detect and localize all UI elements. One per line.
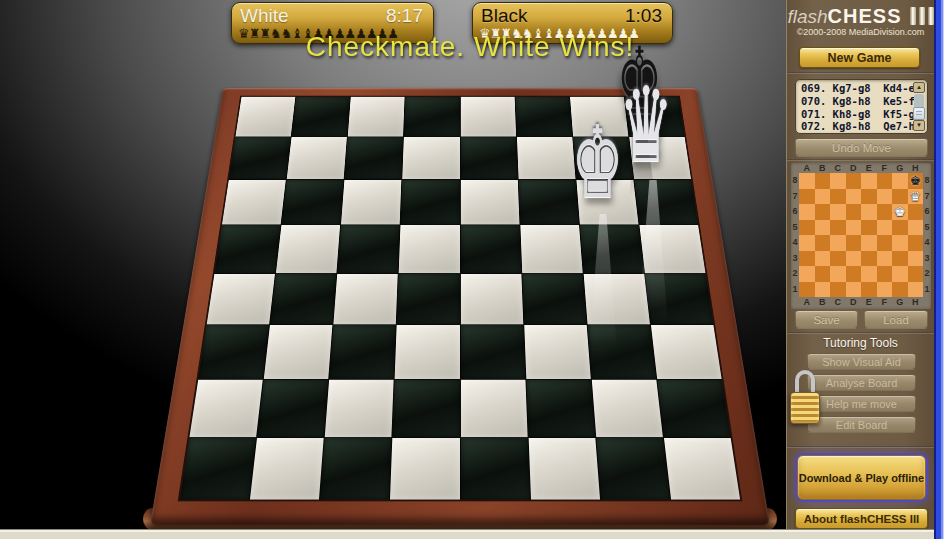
mini-square (892, 251, 908, 267)
board-square[interactable] (460, 438, 529, 500)
mini-square (861, 189, 877, 205)
rank-label: 6 (923, 204, 931, 220)
board-square[interactable] (250, 438, 324, 500)
mini-square (815, 282, 831, 298)
logo-chess-text: CHESS (828, 5, 902, 27)
board-square[interactable] (276, 225, 340, 273)
mini-square (846, 251, 862, 267)
mini-square (892, 173, 908, 189)
scroll-track[interactable] (914, 94, 924, 119)
move-row: 069. Kg7-g8 Kd4-e5 (801, 82, 910, 95)
board-square[interactable] (657, 380, 730, 438)
board-square[interactable] (403, 137, 460, 179)
tutoring-tools-buttons: Show Visual AidAnalyse BoardHelp me move… (807, 353, 916, 437)
mini-square (908, 235, 924, 251)
logo-roman-numeral-III-icon (907, 7, 934, 29)
board-square[interactable] (207, 274, 275, 325)
board-square[interactable] (329, 325, 396, 379)
mini-square (892, 266, 908, 282)
mini-square (877, 204, 893, 220)
mini-square (830, 220, 846, 236)
board-square[interactable] (292, 97, 351, 137)
board-square[interactable] (460, 225, 521, 273)
board-square[interactable] (270, 274, 336, 325)
board-square[interactable] (460, 325, 525, 379)
board-square[interactable] (517, 137, 576, 179)
mini-square (877, 173, 893, 189)
file-label: G (892, 163, 908, 173)
mini-square (846, 235, 862, 251)
mini-square (846, 189, 862, 205)
file-label: H (908, 163, 924, 173)
rank-label: 7 (791, 189, 799, 205)
mini-square (846, 204, 862, 220)
rank-label: 7 (923, 189, 931, 205)
board-square[interactable] (393, 380, 460, 438)
mini-square (799, 220, 815, 236)
mini-square (815, 173, 831, 189)
mini-square: ♛ (908, 189, 924, 205)
mini-square (846, 282, 862, 298)
board-square[interactable] (325, 380, 394, 438)
board-square[interactable] (460, 180, 519, 225)
board-square[interactable] (264, 325, 333, 379)
mini-square (830, 235, 846, 251)
move-list-scrollbar[interactable]: ▲ ▼ (913, 82, 925, 131)
mini-board-file-labels-bottom: ABCDEFGH (799, 297, 931, 307)
window-edge (934, 0, 944, 539)
rank-label: 4 (791, 235, 799, 251)
board-square[interactable] (460, 380, 527, 438)
board-square[interactable] (320, 438, 392, 500)
mini-square: ♚ (908, 173, 924, 189)
mini-square (830, 266, 846, 282)
mini-square (815, 251, 831, 267)
mini-white-queen: ♛ (909, 189, 921, 204)
scroll-thumb[interactable] (913, 107, 925, 120)
divider (787, 332, 934, 334)
board-square[interactable] (592, 380, 663, 438)
board-square[interactable] (345, 137, 404, 179)
move-list: 069. Kg7-g8 Kd4-e5070. Kg8-h8 Ke5-f5071.… (801, 82, 910, 133)
mini-square (830, 173, 846, 189)
rank-label: 2 (923, 266, 931, 282)
board-square[interactable] (522, 274, 586, 325)
board-square[interactable] (518, 180, 579, 225)
file-label: H (908, 297, 924, 307)
mini-square (861, 282, 877, 298)
mini-square (877, 282, 893, 298)
sidebar: flashCHESS ©2000-2008 MediaDivision.com … (786, 0, 934, 529)
mini-square (799, 189, 815, 205)
mini-board-rank-labels-left: 87654321 (791, 173, 799, 297)
file-label: A (799, 297, 815, 307)
mini-board-panel: ABCDEFGH 87654321 ♚♛♚ 87654321 ABCDEFGH (791, 163, 931, 309)
mini-square: ♚ (892, 204, 908, 220)
new-game-button[interactable]: New Game (799, 47, 920, 68)
board-square[interactable] (222, 180, 286, 225)
white-queen[interactable]: ♛ (619, 73, 673, 177)
black-clock-label: Black (481, 6, 527, 26)
mini-square (830, 189, 846, 205)
mini-square (861, 266, 877, 282)
board-square[interactable] (664, 438, 740, 500)
board-square[interactable] (460, 137, 517, 179)
mini-square (815, 235, 831, 251)
mini-square (908, 220, 924, 236)
mini-square (799, 204, 815, 220)
board-square[interactable] (390, 438, 459, 500)
file-label: G (892, 297, 908, 307)
about-button[interactable]: About flashCHESS III (795, 508, 928, 529)
mini-square (799, 251, 815, 267)
board-square[interactable] (189, 380, 262, 438)
mini-square (877, 266, 893, 282)
file-label: E (861, 163, 877, 173)
board-square[interactable] (460, 97, 515, 137)
mini-square (892, 282, 908, 298)
move-row: 071. Kh8-g8 Kf5-g6 (801, 108, 910, 121)
board-square[interactable] (580, 225, 644, 273)
game-area: White 8:17 ♛♜♜♞♞♝♝♟♟♟♟♟♟♟♟ Black 1:03 ♛♜… (0, 0, 786, 529)
mini-square (892, 220, 908, 236)
mini-square (908, 204, 924, 220)
tutoring-tools-title: Tutoring Tools (787, 336, 934, 350)
mini-square (830, 251, 846, 267)
board-square[interactable] (460, 274, 523, 325)
page-bottom-strip (0, 529, 934, 539)
mini-black-king: ♚ (909, 173, 921, 188)
file-label: C (830, 297, 846, 307)
download-button[interactable]: Download & Play offline (797, 455, 926, 500)
mini-square (908, 266, 924, 282)
board-square[interactable] (215, 225, 281, 273)
board-square[interactable] (583, 274, 649, 325)
mini-square (799, 266, 815, 282)
board-square[interactable] (639, 225, 705, 273)
divider (787, 159, 934, 161)
rank-label: 2 (791, 266, 799, 282)
board-square[interactable] (341, 180, 402, 225)
mini-square (877, 235, 893, 251)
mini-square (846, 220, 862, 236)
mini-square (799, 282, 815, 298)
rank-label: 8 (923, 173, 931, 189)
mini-square (846, 266, 862, 282)
mini-square (846, 173, 862, 189)
board-square[interactable] (282, 180, 344, 225)
board-square[interactable] (334, 274, 398, 325)
copyright-text: ©2000-2008 MediaDivision.com (787, 27, 934, 37)
mini-square (861, 204, 877, 220)
board-square[interactable] (229, 137, 291, 179)
mini-square (861, 251, 877, 267)
mini-square (877, 251, 893, 267)
app-logo: flashCHESS (787, 5, 934, 29)
mini-board-rank-labels-right: 87654321 (923, 173, 931, 297)
black-clock-time: 1:03 (625, 6, 662, 26)
divider (787, 72, 934, 74)
board-square[interactable] (596, 438, 670, 500)
tool-button-help-me-move[interactable]: Help me move (807, 395, 916, 412)
board-square[interactable] (338, 225, 400, 273)
file-label: D (846, 163, 862, 173)
mini-board: ♚♛♚ (799, 173, 923, 297)
mini-square (830, 204, 846, 220)
board-square[interactable] (520, 225, 582, 273)
mini-square (877, 220, 893, 236)
rank-label: 1 (791, 282, 799, 298)
file-label: B (815, 297, 831, 307)
mini-square (815, 189, 831, 205)
file-label: E (861, 297, 877, 307)
mini-square (815, 204, 831, 220)
rank-label: 3 (923, 251, 931, 267)
tool-button-analyse-board[interactable]: Analyse Board (807, 374, 916, 391)
board-frame (150, 88, 770, 525)
load-button[interactable]: Load (864, 310, 928, 329)
lock-icon (789, 370, 821, 426)
mini-square (815, 220, 831, 236)
board-square[interactable] (348, 97, 405, 137)
board-square[interactable] (198, 325, 269, 379)
mini-square (861, 220, 877, 236)
file-label: C (830, 163, 846, 173)
undo-move-button[interactable]: Undo Move (795, 138, 928, 157)
tool-button-edit-board[interactable]: Edit Board (807, 416, 916, 433)
move-row: 072. Kg8-h8 Qe7-h7 (801, 120, 910, 133)
file-label: F (877, 163, 893, 173)
mini-square (908, 251, 924, 267)
board-square[interactable] (651, 325, 722, 379)
board-square[interactable] (645, 274, 713, 325)
rank-label: 5 (791, 220, 799, 236)
board-square[interactable] (180, 438, 256, 500)
mini-square (877, 189, 893, 205)
rank-label: 6 (791, 204, 799, 220)
board-square[interactable] (401, 180, 460, 225)
file-label: B (815, 163, 831, 173)
board-square[interactable] (526, 380, 595, 438)
rank-label: 8 (791, 173, 799, 189)
rank-label: 3 (791, 251, 799, 267)
mini-white-king: ♚ (894, 204, 906, 219)
move-row: 070. Kg8-h8 Ke5-f5 (801, 95, 910, 108)
board-square[interactable] (397, 274, 460, 325)
board-square[interactable] (587, 325, 656, 379)
chess-board-3d (150, 88, 770, 525)
board-square[interactable] (515, 97, 572, 137)
board-square[interactable] (634, 180, 698, 225)
rank-label: 5 (923, 220, 931, 236)
white-clock-time: 8:17 (386, 6, 423, 26)
mini-square (892, 189, 908, 205)
board-square[interactable] (404, 97, 459, 137)
file-label: D (846, 297, 862, 307)
board-square[interactable] (528, 438, 600, 500)
board-square[interactable] (395, 325, 460, 379)
flashchess-app: White 8:17 ♛♜♜♞♞♝♝♟♟♟♟♟♟♟♟ Black 1:03 ♛♜… (0, 0, 944, 539)
mini-board-file-labels-top: ABCDEFGH (799, 163, 931, 173)
status-banner: Checkmate. White Wins! (140, 31, 786, 63)
white-clock-label: White (240, 6, 289, 26)
rank-label: 4 (923, 235, 931, 251)
mini-square (799, 235, 815, 251)
scroll-up-button[interactable]: ▲ (913, 82, 925, 93)
mini-square (861, 173, 877, 189)
board-square[interactable] (524, 325, 591, 379)
tool-button-show-visual-aid[interactable]: Show Visual Aid (807, 353, 916, 370)
logo-flash-text: flash (787, 6, 827, 27)
mini-square (892, 235, 908, 251)
save-button[interactable]: Save (795, 310, 858, 329)
file-label: F (877, 297, 893, 307)
mini-square (861, 235, 877, 251)
file-label: A (799, 163, 815, 173)
board-square[interactable] (257, 380, 328, 438)
board-square[interactable] (287, 137, 347, 179)
rank-label: 1 (923, 282, 931, 298)
white-king[interactable]: ♚ (572, 113, 624, 213)
move-list-panel[interactable]: 069. Kg7-g8 Kd4-e5070. Kg8-h8 Ke5-f5071.… (795, 79, 928, 134)
mini-square (799, 173, 815, 189)
divider (787, 446, 934, 448)
mini-square (815, 266, 831, 282)
scroll-down-button[interactable]: ▼ (913, 120, 925, 131)
board-square[interactable] (235, 97, 295, 137)
mini-square (830, 282, 846, 298)
mini-square (908, 282, 924, 298)
board-square[interactable] (399, 225, 460, 273)
